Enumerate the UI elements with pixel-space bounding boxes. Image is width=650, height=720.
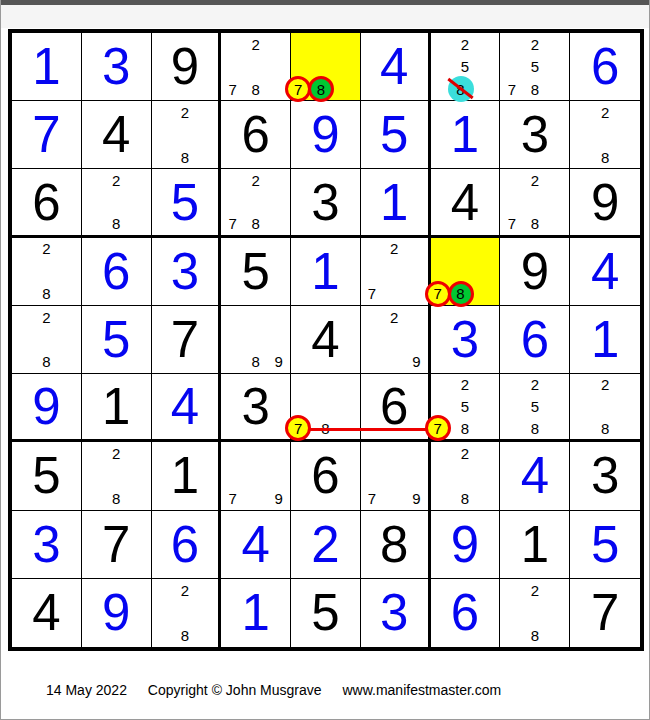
cell-r2c5[interactable]: 9 [291,101,361,169]
candidate-2: 2 [454,442,477,464]
candidate-9: 9 [267,351,290,373]
candidate-8: 8 [593,418,616,440]
cell-r9c3[interactable]: 28 [152,579,222,647]
given-digit: 7 [82,511,151,578]
given-digit: 9 [152,33,219,100]
candidate-2: 2 [454,33,477,55]
solved-digit: 6 [82,238,151,305]
cell-r4c5[interactable]: 1 [291,238,361,306]
given-digit: 5 [12,442,81,509]
cell-r4c1[interactable]: 28 [12,238,82,306]
given-digit: 6 [221,101,290,168]
cell-r2c8[interactable]: 3 [500,101,570,169]
cell-r6c1[interactable]: 9 [12,374,82,442]
solved-digit: 9 [431,511,500,578]
candidate-2: 2 [454,374,477,396]
cell-r3c3[interactable]: 5 [152,169,222,237]
green-circle-mark: 8 [308,76,334,102]
cell-r1c4[interactable]: 278 [221,33,291,101]
sudoku-board: 1392787842582578674286951328628527831427… [8,29,644,651]
candidate-2: 2 [174,579,196,602]
given-digit: 9 [500,238,569,305]
solved-digit: 5 [82,306,151,373]
candidate-8: 8 [244,78,267,100]
candidate-5: 5 [454,55,477,77]
candidate-2: 2 [244,33,267,55]
solved-digit: 5 [570,511,640,578]
cell-r8c7[interactable]: 9 [431,511,501,579]
cell-r1c2[interactable]: 3 [82,33,152,101]
candidate-9: 9 [405,487,427,509]
cell-r5c8[interactable]: 6 [500,306,570,374]
given-digit: 1 [82,374,151,439]
candidate-8: 8 [244,351,267,373]
candidate-8: 8 [454,487,477,509]
cell-r2c3[interactable]: 28 [152,101,222,169]
cell-r8c5[interactable]: 2 [291,511,361,579]
cell-r1c5[interactable]: 78 [291,33,361,101]
cell-r9c2[interactable]: 9 [82,579,152,647]
solved-digit: 1 [291,238,360,305]
cell-r4c7[interactable]: 78 [431,238,501,306]
given-digit: 5 [291,579,360,647]
cell-r1c6[interactable]: 4 [361,33,431,101]
given-digit: 1 [500,511,569,578]
candidate-9: 9 [405,351,427,373]
cell-r5c6[interactable]: 29 [361,306,431,374]
solved-digit: 4 [221,511,290,578]
solved-digit: 4 [500,442,569,509]
candidate-8: 8 [454,418,477,440]
cell-r6c9[interactable]: 28 [570,374,640,442]
candidate-7: 7 [500,78,523,100]
candidate-2: 2 [105,442,128,464]
candidate-8: 8 [314,78,337,100]
yellow-circle-mark: 7 [285,415,311,441]
cell-r3c4[interactable]: 278 [221,169,291,237]
candidate-2: 2 [383,306,405,328]
solved-digit: 3 [152,238,219,305]
candidate-2: 2 [244,169,267,191]
given-digit: 3 [500,101,569,168]
given-digit: 7 [570,579,640,647]
cell-r3c9[interactable]: 9 [570,169,640,237]
cell-r9c4[interactable]: 1 [221,579,291,647]
given-digit: 4 [12,579,81,647]
candidate-2: 2 [523,33,546,55]
yellow-circle-mark: 7 [425,281,451,307]
toolbar-band [1,5,649,28]
cell-r3c5[interactable]: 3 [291,169,361,237]
cell-r6c6[interactable]: 6 [361,374,431,442]
candidate-7: 7 [221,213,244,235]
cell-r2c4[interactable]: 6 [221,101,291,169]
candidate-2: 2 [35,238,58,260]
solved-digit: 1 [431,101,500,168]
cell-r9c9[interactable]: 7 [570,579,640,647]
cyan-eliminated-mark: 8 [448,76,474,102]
cell-r5c3[interactable]: 7 [152,306,222,374]
cell-r5c9[interactable]: 1 [570,306,640,374]
solved-digit: 6 [500,306,569,373]
footer-date: 14 May 2022 [46,682,127,698]
cell-r8c8[interactable]: 1 [500,511,570,579]
solved-digit: 9 [12,374,81,439]
sudoku-grid: 1392787842582578674286951328628527831427… [12,33,640,647]
green-circle-mark: 8 [448,281,474,307]
cell-r6c7[interactable]: 2578 [431,374,501,442]
candidate-8: 8 [174,624,196,647]
candidate-8: 8 [593,146,616,168]
cell-r8c1[interactable]: 3 [12,511,82,579]
solved-digit: 5 [152,169,219,234]
cell-r1c9[interactable]: 6 [570,33,640,101]
solved-digit: 9 [82,579,151,647]
candidate-2: 2 [593,101,616,123]
candidate-8: 8 [523,418,546,440]
given-digit: 6 [291,442,360,509]
cell-r7c3[interactable]: 1 [152,442,222,510]
given-digit: 9 [570,169,640,234]
candidate-8: 8 [174,146,196,168]
cell-r7c4[interactable]: 79 [221,442,291,510]
cell-r6c4[interactable]: 3 [221,374,291,442]
cell-r7c5[interactable]: 6 [291,442,361,510]
cell-r7c8[interactable]: 4 [500,442,570,510]
solved-digit: 3 [361,579,428,647]
candidate-8: 8 [105,213,128,235]
candidate-7: 7 [361,487,383,509]
given-digit: 3 [570,442,640,509]
cell-r8c9[interactable]: 5 [570,511,640,579]
cell-r4c4[interactable]: 5 [221,238,291,306]
cell-r4c2[interactable]: 6 [82,238,152,306]
candidate-8: 8 [35,282,58,304]
solved-digit: 4 [152,374,219,439]
cell-r2c1[interactable]: 7 [12,101,82,169]
solved-digit: 3 [82,33,151,100]
cell-r6c3[interactable]: 4 [152,374,222,442]
solved-digit: 4 [570,238,640,305]
candidate-7: 7 [221,78,244,100]
solved-digit: 7 [12,101,81,168]
candidate-8: 8 [523,213,546,235]
cell-r8c4[interactable]: 4 [221,511,291,579]
cell-r9c1[interactable]: 4 [12,579,82,647]
solved-digit: 6 [431,579,500,647]
page-canvas: 1392787842582578674286951328628527831427… [0,0,650,720]
candidate-8: 8 [105,487,128,509]
footer-website-link[interactable]: www.manifestmaster.com [342,682,501,698]
candidate-8: 8 [35,351,58,373]
candidate-8: 8 [523,78,546,100]
cell-r5c5[interactable]: 4 [291,306,361,374]
candidate-5: 5 [523,396,546,418]
chain-link-line [294,428,434,431]
cell-r1c3[interactable]: 9 [152,33,222,101]
candidate-7: 7 [221,487,244,509]
given-digit: 4 [82,101,151,168]
candidate-8: 8 [523,624,546,647]
given-digit: 8 [361,511,428,578]
candidate-7: 7 [361,282,383,304]
cell-r9c5[interactable]: 5 [291,579,361,647]
cell-r7c1[interactable]: 5 [12,442,82,510]
solved-digit: 3 [12,511,81,578]
solved-digit: 5 [361,101,428,168]
cell-r9c7[interactable]: 6 [431,579,501,647]
solved-digit: 9 [291,101,360,168]
candidate-9: 9 [267,487,290,509]
given-digit: 4 [431,169,500,234]
given-digit: 1 [152,442,219,509]
cell-r5c2[interactable]: 5 [82,306,152,374]
cell-r5c1[interactable]: 28 [12,306,82,374]
cell-r7c9[interactable]: 3 [570,442,640,510]
cell-r6c2[interactable]: 1 [82,374,152,442]
cell-r3c7[interactable]: 4 [431,169,501,237]
cell-r8c2[interactable]: 7 [82,511,152,579]
candidate-7: 7 [291,418,314,440]
solved-digit: 3 [431,306,500,373]
cell-r7c6[interactable]: 79 [361,442,431,510]
cell-r2c7[interactable]: 1 [431,101,501,169]
solved-digit: 1 [221,579,290,647]
cell-r1c1[interactable]: 1 [12,33,82,101]
cell-r3c2[interactable]: 28 [82,169,152,237]
cell-r3c8[interactable]: 278 [500,169,570,237]
candidate-2: 2 [35,306,58,328]
given-digit: 3 [291,169,360,234]
cell-r9c6[interactable]: 3 [361,579,431,647]
cell-r3c6[interactable]: 1 [361,169,431,237]
footer-credit: 14 May 2022 Copyright © John Musgrave ww… [46,682,518,698]
candidate-7: 7 [431,418,454,440]
given-digit: 5 [221,238,290,305]
candidate-2: 2 [523,169,546,191]
cell-r3c1[interactable]: 6 [12,169,82,237]
given-digit: 3 [221,374,290,439]
cell-r7c2[interactable]: 28 [82,442,152,510]
cell-r5c4[interactable]: 89 [221,306,291,374]
footer-copyright: Copyright © John Musgrave [148,682,322,698]
candidate-2: 2 [523,374,546,396]
given-digit: 6 [12,169,81,234]
cell-r8c6[interactable]: 8 [361,511,431,579]
yellow-circle-mark: 7 [425,415,451,441]
solved-digit: 4 [361,33,428,100]
given-digit: 7 [152,306,219,373]
given-digit: 4 [291,306,360,373]
cell-r4c9[interactable]: 4 [570,238,640,306]
cell-r4c3[interactable]: 3 [152,238,222,306]
cell-r4c6[interactable]: 27 [361,238,431,306]
candidate-2: 2 [105,169,128,191]
solved-digit: 1 [570,306,640,373]
cell-r8c3[interactable]: 6 [152,511,222,579]
candidate-8: 8 [244,213,267,235]
candidate-5: 5 [454,396,477,418]
candidate-2: 2 [523,579,546,602]
solved-digit: 1 [361,169,428,234]
candidate-2: 2 [593,374,616,396]
cell-r2c6[interactable]: 5 [361,101,431,169]
candidate-5: 5 [523,55,546,77]
cell-r1c8[interactable]: 2578 [500,33,570,101]
cell-r2c2[interactable]: 4 [82,101,152,169]
candidate-7: 7 [500,213,523,235]
cell-r6c5[interactable]: 78 [291,374,361,442]
solved-digit: 6 [152,511,219,578]
candidate-2: 2 [383,238,405,260]
candidate-8: 8 [454,282,477,304]
cell-r4c8[interactable]: 9 [500,238,570,306]
cell-r5c7[interactable]: 3 [431,306,501,374]
solved-digit: 2 [291,511,360,578]
cell-r2c9[interactable]: 28 [570,101,640,169]
cell-r1c7[interactable]: 258 [431,33,501,101]
candidate-8: 8 [454,78,477,100]
cell-r7c7[interactable]: 28 [431,442,501,510]
candidate-2: 2 [174,101,196,123]
solved-digit: 6 [570,33,640,100]
cell-r6c8[interactable]: 258 [500,374,570,442]
solved-digit: 1 [12,33,81,100]
cell-r9c8[interactable]: 28 [500,579,570,647]
